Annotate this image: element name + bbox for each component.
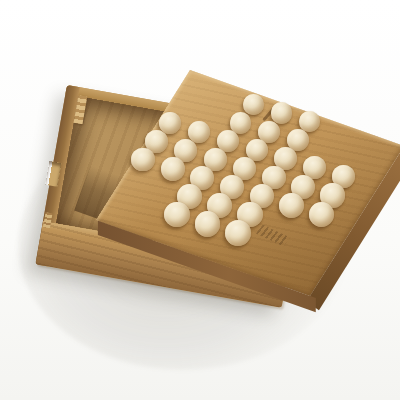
peg[interactable] <box>195 211 221 237</box>
peg[interactable] <box>131 148 155 172</box>
peg[interactable] <box>309 202 334 227</box>
peg[interactable] <box>161 157 185 181</box>
peg[interactable] <box>243 94 264 115</box>
peg[interactable] <box>164 202 190 228</box>
product-photo-scene <box>0 0 400 400</box>
peg[interactable] <box>279 193 304 218</box>
peg[interactable] <box>271 102 292 123</box>
peg[interactable] <box>225 220 251 246</box>
pegs-layer <box>0 0 400 400</box>
